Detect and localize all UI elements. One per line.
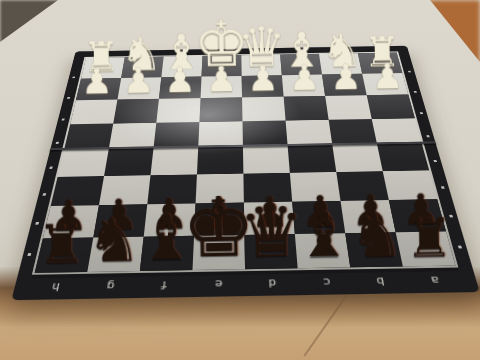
square-a8[interactable]: ♜ [396,231,456,266]
square-c3[interactable] [284,96,329,120]
piece-black-rook-a8[interactable]: ♜ [404,211,453,266]
piece-white-pawn-f2[interactable]: ♟ [163,63,195,99]
square-e4[interactable] [198,121,243,147]
square-h2[interactable]: ♟ [76,78,121,101]
piece-black-knight-b8[interactable]: ♞ [348,205,403,267]
piece-white-pawn-e2[interactable]: ♟ [205,62,237,98]
square-e8[interactable]: ♚ [192,234,245,270]
file-label-h: h [26,275,85,298]
square-g2[interactable]: ♟ [117,77,161,100]
square-f4[interactable] [154,122,200,148]
square-d4[interactable] [242,120,287,146]
square-c8[interactable]: ♝ [295,233,350,269]
square-g3[interactable] [113,99,159,123]
square-h8[interactable]: ♜ [35,237,94,273]
square-a2[interactable]: ♟ [362,73,408,95]
piece-white-pawn-a2[interactable]: ♟ [371,59,403,95]
chessboard: ♜♞♝♚♛♝♞♜♟♟♟♟♟♟♟♟♟♟♟♟♟♟♟♟♜♞♝♚♛♝♞♜ [32,51,458,274]
piece-white-pawn-h2[interactable]: ♟ [80,64,112,100]
square-c4[interactable] [286,119,333,145]
square-h5[interactable] [58,148,109,176]
square-b5[interactable] [332,144,382,172]
square-a4[interactable] [372,118,422,144]
square-e3[interactable] [199,97,242,121]
square-c5[interactable] [288,145,337,173]
piece-white-pawn-b2[interactable]: ♟ [330,60,362,96]
file-label-c: c [298,270,355,293]
square-a5[interactable] [377,143,429,171]
square-b3[interactable] [325,95,371,119]
square-d2[interactable]: ♟ [242,75,284,98]
piece-white-pawn-g2[interactable]: ♟ [122,63,154,99]
square-g4[interactable] [109,122,156,148]
square-f3[interactable] [156,98,200,122]
square-b4[interactable] [329,119,377,145]
square-d5[interactable] [243,145,290,173]
square-b8[interactable]: ♞ [345,232,403,267]
square-c2[interactable]: ♟ [282,74,325,97]
piece-black-bishop-c8[interactable]: ♝ [294,203,352,267]
square-g5[interactable] [104,148,153,176]
file-label-d: d [245,271,300,294]
square-a3[interactable] [367,95,415,119]
piece-black-rook-h8[interactable]: ♜ [36,217,85,272]
square-e5[interactable] [197,146,243,174]
square-d8[interactable]: ♛ [244,234,297,270]
piece-black-queen-d8[interactable]: ♛ [238,195,304,269]
square-b2[interactable]: ♟ [322,74,367,96]
square-f5[interactable] [151,147,199,175]
square-g8[interactable]: ♞ [87,236,143,272]
floorboard-seam [303,292,349,357]
square-e2[interactable]: ♟ [201,76,243,99]
square-h3[interactable] [70,100,117,124]
chessboard-frame: ♜♞♝♚♛♝♞♜♟♟♟♟♟♟♟♟♟♟♟♟♟♟♟♟♜♞♝♚♛♝♞♜ hgfedcb… [11,46,479,301]
file-label-f: f [136,273,192,296]
square-f2[interactable]: ♟ [159,76,202,99]
file-label-e: e [191,272,246,295]
file-label-g: g [81,274,138,297]
piece-white-pawn-c2[interactable]: ♟ [288,60,320,96]
square-d3[interactable] [242,97,285,121]
file-label-b: b [352,269,410,292]
piece-white-pawn-d2[interactable]: ♟ [246,61,278,97]
square-h4[interactable] [64,123,113,149]
file-label-a: a [405,268,464,291]
piece-black-knight-g8[interactable]: ♞ [85,209,140,271]
